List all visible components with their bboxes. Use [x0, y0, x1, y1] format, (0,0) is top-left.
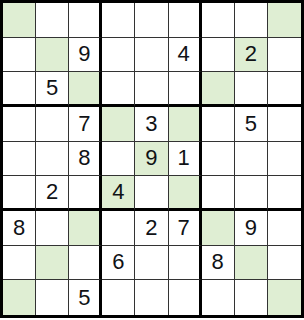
sudoku-cell-r9c7[interactable] [202, 280, 235, 315]
sudoku-cell-r8c7[interactable]: 8 [202, 246, 235, 281]
sudoku-cell-r7c3[interactable] [69, 211, 102, 246]
sudoku-cell-r7c7[interactable] [202, 211, 235, 246]
sudoku-cell-r5c1[interactable] [3, 142, 36, 177]
sudoku-cell-r1c3[interactable] [69, 3, 102, 38]
sudoku-cell-r8c5[interactable] [135, 246, 168, 281]
sudoku-cell-r8c9[interactable] [268, 246, 301, 281]
sudoku-cell-r1c5[interactable] [135, 3, 168, 38]
sudoku-cell-r2c8[interactable]: 2 [235, 38, 268, 73]
sudoku-cell-r3c4[interactable] [102, 72, 135, 107]
sudoku-cell-r4c2[interactable] [36, 107, 69, 142]
sudoku-cell-r2c6[interactable]: 4 [169, 38, 202, 73]
sudoku-cell-r6c1[interactable] [3, 176, 36, 211]
sudoku-cell-r2c5[interactable] [135, 38, 168, 73]
sudoku-cell-r1c8[interactable] [235, 3, 268, 38]
sudoku-cell-r5c5[interactable]: 9 [135, 142, 168, 177]
sudoku-cell-r6c7[interactable] [202, 176, 235, 211]
sudoku-cell-r6c4[interactable]: 4 [102, 176, 135, 211]
sudoku-cell-r5c9[interactable] [268, 142, 301, 177]
sudoku-cell-r7c2[interactable] [36, 211, 69, 246]
sudoku-cell-r1c7[interactable] [202, 3, 235, 38]
sudoku-cell-r1c2[interactable] [36, 3, 69, 38]
sudoku-cell-r2c3[interactable]: 9 [69, 38, 102, 73]
sudoku-cell-r3c7[interactable] [202, 72, 235, 107]
sudoku-cell-r4c9[interactable] [268, 107, 301, 142]
sudoku-cell-r3c3[interactable] [69, 72, 102, 107]
sudoku-cell-r9c1[interactable] [3, 280, 36, 315]
sudoku-cell-r8c1[interactable] [3, 246, 36, 281]
sudoku-cell-r3c9[interactable] [268, 72, 301, 107]
sudoku-cell-r6c2[interactable]: 2 [36, 176, 69, 211]
sudoku-cell-r2c4[interactable] [102, 38, 135, 73]
sudoku-cell-r8c2[interactable] [36, 246, 69, 281]
sudoku-cell-r9c9[interactable] [268, 280, 301, 315]
sudoku-cell-r6c3[interactable] [69, 176, 102, 211]
sudoku-cell-r5c8[interactable] [235, 142, 268, 177]
sudoku-cell-r7c6[interactable]: 7 [169, 211, 202, 246]
sudoku-cell-r6c8[interactable] [235, 176, 268, 211]
sudoku-cell-r4c4[interactable] [102, 107, 135, 142]
sudoku-cell-r1c9[interactable] [268, 3, 301, 38]
sudoku-cell-r4c5[interactable]: 3 [135, 107, 168, 142]
sudoku-cell-r8c6[interactable] [169, 246, 202, 281]
sudoku-cell-r9c8[interactable] [235, 280, 268, 315]
sudoku-cell-r6c9[interactable] [268, 176, 301, 211]
sudoku-cell-r5c2[interactable] [36, 142, 69, 177]
sudoku-cell-r1c4[interactable] [102, 3, 135, 38]
sudoku-cell-r7c9[interactable] [268, 211, 301, 246]
sudoku-page: 9425735891248279685 [0, 0, 304, 320]
sudoku-cell-r3c6[interactable] [169, 72, 202, 107]
sudoku-cell-r3c1[interactable] [3, 72, 36, 107]
sudoku-cell-r2c2[interactable] [36, 38, 69, 73]
sudoku-cell-r4c6[interactable] [169, 107, 202, 142]
sudoku-cell-r7c4[interactable] [102, 211, 135, 246]
sudoku-cell-r9c4[interactable] [102, 280, 135, 315]
sudoku-cell-r9c6[interactable] [169, 280, 202, 315]
sudoku-cell-r2c9[interactable] [268, 38, 301, 73]
sudoku-cell-r7c5[interactable]: 2 [135, 211, 168, 246]
sudoku-cell-r2c1[interactable] [3, 38, 36, 73]
sudoku-cell-r9c3[interactable]: 5 [69, 280, 102, 315]
sudoku-cell-r9c5[interactable] [135, 280, 168, 315]
sudoku-cell-r2c7[interactable] [202, 38, 235, 73]
sudoku-cell-r8c8[interactable] [235, 246, 268, 281]
sudoku-cell-r4c7[interactable] [202, 107, 235, 142]
sudoku-cell-r5c6[interactable]: 1 [169, 142, 202, 177]
sudoku-cell-r1c1[interactable] [3, 3, 36, 38]
sudoku-cell-r5c3[interactable]: 8 [69, 142, 102, 177]
sudoku-cell-r7c1[interactable]: 8 [3, 211, 36, 246]
sudoku-cell-r3c2[interactable]: 5 [36, 72, 69, 107]
sudoku-cell-r6c6[interactable] [169, 176, 202, 211]
sudoku-cell-r4c8[interactable]: 5 [235, 107, 268, 142]
sudoku-cell-r6c5[interactable] [135, 176, 168, 211]
sudoku-cell-r4c3[interactable]: 7 [69, 107, 102, 142]
sudoku-cell-r1c6[interactable] [169, 3, 202, 38]
sudoku-cell-r3c8[interactable] [235, 72, 268, 107]
sudoku-cell-r9c2[interactable] [36, 280, 69, 315]
sudoku-cell-r5c7[interactable] [202, 142, 235, 177]
sudoku-board: 9425735891248279685 [0, 0, 304, 318]
sudoku-cell-r7c8[interactable]: 9 [235, 211, 268, 246]
sudoku-cell-r5c4[interactable] [102, 142, 135, 177]
sudoku-cell-r8c3[interactable] [69, 246, 102, 281]
sudoku-cell-r4c1[interactable] [3, 107, 36, 142]
sudoku-cell-r8c4[interactable]: 6 [102, 246, 135, 281]
sudoku-cell-r3c5[interactable] [135, 72, 168, 107]
